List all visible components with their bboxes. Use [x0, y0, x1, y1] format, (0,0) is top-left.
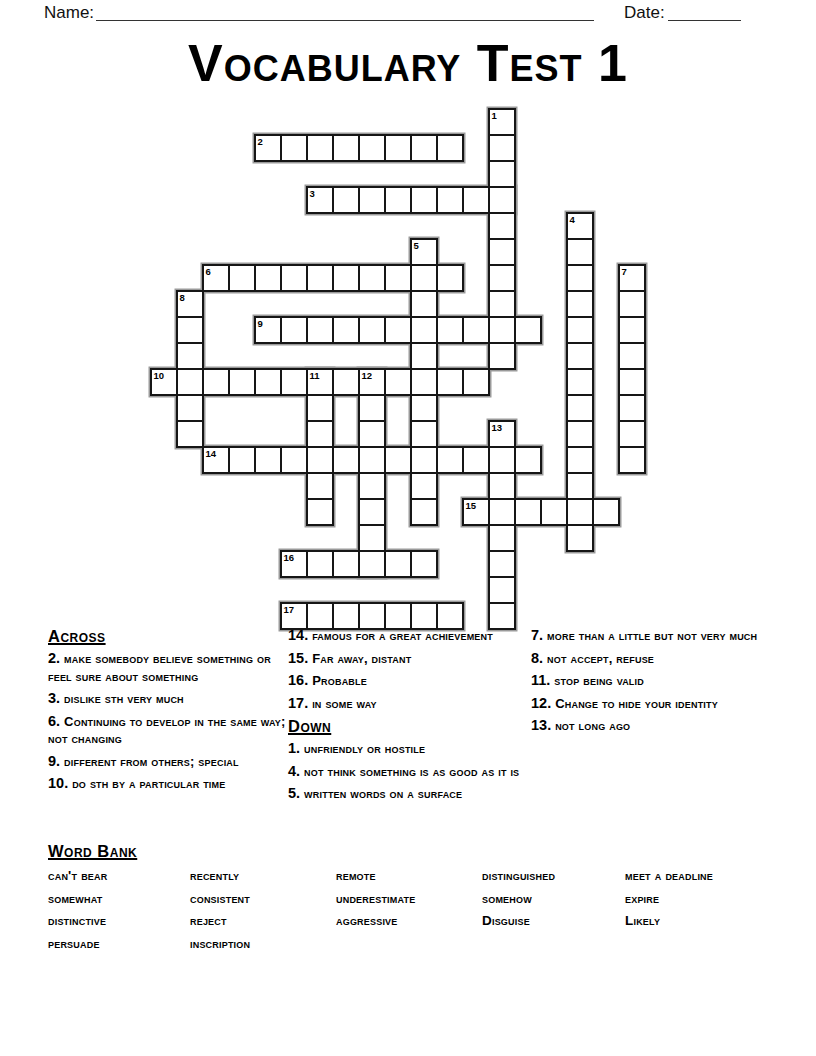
grid-cell-r12c6[interactable]: [306, 420, 334, 448]
word-bank-item: can't bear: [48, 868, 190, 891]
grid-cell-r13c3[interactable]: [228, 446, 256, 474]
grid-cell-r15c15[interactable]: [540, 498, 568, 526]
grid-cell-r19c8[interactable]: [358, 602, 386, 630]
grid-cell-r8c4[interactable]: [254, 316, 282, 344]
clue-text: Change to hide your identity: [555, 696, 718, 711]
grid-cell-r6c2[interactable]: [202, 264, 230, 292]
grid-cell-r6c5[interactable]: [280, 264, 308, 292]
grid-cell-r13c2[interactable]: [202, 446, 230, 474]
clue-across-17: 17.in some way: [288, 695, 526, 713]
clue-down-11: 11.stop being valid: [531, 672, 783, 690]
grid-cell-r10c16[interactable]: [566, 368, 594, 396]
grid-cell-r1c10[interactable]: [410, 134, 438, 162]
grid-cell-r14c8[interactable]: [358, 472, 386, 500]
word-bank-item: aggressive: [336, 913, 482, 936]
date-label: Date:: [624, 3, 665, 23]
grid-cell-r1c9[interactable]: [384, 134, 412, 162]
grid-cell-r17c10[interactable]: [410, 550, 438, 578]
grid-cell-r3c8[interactable]: [358, 186, 386, 214]
clue-text: not accept, refuse: [547, 651, 654, 666]
grid-cell-r3c11[interactable]: [436, 186, 464, 214]
word-bank-item: distinguished: [482, 868, 625, 891]
grid-cell-r11c16[interactable]: [566, 394, 594, 422]
word-bank-item: Likely: [625, 913, 788, 936]
grid-cell-r8c11[interactable]: [436, 316, 464, 344]
clue-text: different from others; special: [64, 754, 239, 769]
grid-cell-r7c18[interactable]: [618, 290, 646, 318]
grid-cell-r11c6[interactable]: [306, 394, 334, 422]
grid-cell-r7c16[interactable]: [566, 290, 594, 318]
grid-cell-r10c1[interactable]: [176, 368, 204, 396]
grid-cell-r14c6[interactable]: [306, 472, 334, 500]
grid-cell-r14c13[interactable]: [488, 472, 516, 500]
grid-cell-r15c13[interactable]: [488, 498, 516, 526]
grid-cell-r10c3[interactable]: [228, 368, 256, 396]
clue-number: 4.: [288, 763, 300, 779]
grid-cell-r5c16[interactable]: [566, 238, 594, 266]
clue-text: famous for a great achievement: [312, 628, 493, 643]
clue-number: 3.: [48, 690, 60, 706]
word-bank-item: remote: [336, 868, 482, 891]
clue-text: make somebody believe something or feel …: [48, 651, 271, 684]
grid-cell-r1c5[interactable]: [280, 134, 308, 162]
clue-text: dislike sth very much: [64, 691, 184, 706]
grid-cell-r19c10[interactable]: [410, 602, 438, 630]
grid-cell-r9c10[interactable]: [410, 342, 438, 370]
clue-number: 8.: [531, 650, 543, 666]
word-bank-item: Disguise: [482, 913, 625, 936]
grid-cell-r6c11[interactable]: [436, 264, 464, 292]
grid-cell-r6c8[interactable]: [358, 264, 386, 292]
grid-cell-r11c18[interactable]: [618, 394, 646, 422]
grid-cell-r10c7[interactable]: [332, 368, 360, 396]
grid-cell-r15c6[interactable]: [306, 498, 334, 526]
word-bank-item: recently: [190, 868, 336, 891]
word-bank-grid: can't bearrecentlyremotedistinguishedmee…: [48, 868, 788, 958]
word-bank-item: distinctive: [48, 913, 190, 936]
clue-across-2: 2.make somebody believe something or fee…: [48, 650, 286, 685]
word-bank-item: inscription: [190, 936, 336, 959]
clue-across-14: 14.famous for a great achievement: [288, 627, 526, 645]
clue-across-6: 6.Continuing to develop in the same way;…: [48, 713, 286, 748]
grid-cell-r19c11[interactable]: [436, 602, 464, 630]
grid-cell-r8c9[interactable]: [384, 316, 412, 344]
grid-cell-r17c7[interactable]: [332, 550, 360, 578]
clue-number: 9.: [48, 753, 60, 769]
grid-cell-r15c14[interactable]: [514, 498, 542, 526]
grid-cell-r12c13[interactable]: [488, 420, 516, 448]
clue-across-10: 10.do sth by a particular time: [48, 775, 286, 793]
clue-text: more than a little but not very much: [547, 628, 757, 643]
grid-cell-r12c16[interactable]: [566, 420, 594, 448]
grid-cell-r13c6[interactable]: [306, 446, 334, 474]
grid-cell-r19c5[interactable]: [280, 602, 308, 630]
word-bank-item: meet a deadline: [625, 868, 788, 891]
clue-across-15: 15.Far away, distant: [288, 650, 526, 668]
grid-cell-r8c1[interactable]: [176, 316, 204, 344]
word-bank-heading: Word Bank: [48, 842, 788, 861]
grid-cell-r13c7[interactable]: [332, 446, 360, 474]
grid-cell-r13c10[interactable]: [410, 446, 438, 474]
clue-text: Continuing to develop in the same way; n…: [48, 714, 286, 747]
grid-cell-r10c2[interactable]: [202, 368, 230, 396]
word-bank-section: Word Bank can't bearrecentlyremotedistin…: [48, 842, 788, 958]
clue-number: 5.: [288, 785, 300, 801]
grid-cell-r9c16[interactable]: [566, 342, 594, 370]
grid-cell-r10c10[interactable]: [410, 368, 438, 396]
clue-down-8: 8.not accept, refuse: [531, 650, 783, 668]
grid-cell-r10c9[interactable]: [384, 368, 412, 396]
grid-cell-r1c6[interactable]: [306, 134, 334, 162]
grid-cell-r14c10[interactable]: [410, 472, 438, 500]
grid-cell-r12c10[interactable]: [410, 420, 438, 448]
clue-number: 11.: [531, 672, 550, 688]
grid-cell-r18c13[interactable]: [488, 576, 516, 604]
clue-text: in some way: [312, 696, 377, 711]
grid-cell-r13c18[interactable]: [618, 446, 646, 474]
grid-cell-r13c5[interactable]: [280, 446, 308, 474]
grid-cell-r8c13[interactable]: [488, 316, 516, 344]
grid-cell-r3c10[interactable]: [410, 186, 438, 214]
grid-cell-r10c18[interactable]: [618, 368, 646, 396]
clue-column-1: Across2.make somebody believe something …: [48, 627, 286, 798]
grid-cell-r13c16[interactable]: [566, 446, 594, 474]
word-bank-empty: [336, 936, 482, 959]
grid-cell-r1c8[interactable]: [358, 134, 386, 162]
grid-cell-r12c1[interactable]: [176, 420, 204, 448]
grid-cell-r15c8[interactable]: [358, 498, 386, 526]
grid-cell-r4c13[interactable]: [488, 212, 516, 240]
clue-number: 2.: [48, 650, 60, 666]
grid-cell-r6c9[interactable]: [384, 264, 412, 292]
grid-cell-r11c10[interactable]: [410, 394, 438, 422]
grid-cell-r12c18[interactable]: [618, 420, 646, 448]
grid-cell-r16c16[interactable]: [566, 524, 594, 552]
crossword-grid: 1234567891011121314151617: [150, 108, 646, 630]
clue-number: 1.: [288, 740, 300, 756]
clue-number: 17.: [288, 695, 308, 711]
clue-down-7: 7.more than a little but not very much: [531, 627, 783, 645]
grid-cell-r8c18[interactable]: [618, 316, 646, 344]
grid-cell-r19c6[interactable]: [306, 602, 334, 630]
grid-cell-r6c4[interactable]: [254, 264, 282, 292]
grid-cell-r12c8[interactable]: [358, 420, 386, 448]
clue-text: unfriendly or hostile: [304, 741, 425, 756]
grid-cell-r17c13[interactable]: [488, 550, 516, 578]
clue-column-2: 14.famous for a great achievement15.Far …: [288, 627, 526, 808]
grid-cell-r0c13[interactable]: [488, 108, 516, 136]
grid-cell-r1c13[interactable]: [488, 134, 516, 162]
word-bank-item: consistent: [190, 891, 336, 914]
clue-down-1: 1.unfriendly or hostile: [288, 740, 526, 758]
clue-across-9: 9.different from others; special: [48, 753, 286, 771]
grid-cell-r19c7[interactable]: [332, 602, 360, 630]
grid-cell-r17c5[interactable]: [280, 550, 308, 578]
grid-cell-r13c4[interactable]: [254, 446, 282, 474]
grid-cell-r13c8[interactable]: [358, 446, 386, 474]
grid-cell-r7c10[interactable]: [410, 290, 438, 318]
grid-cell-r8c5[interactable]: [280, 316, 308, 344]
grid-cell-r3c12[interactable]: [462, 186, 490, 214]
clue-down-12: 12.Change to hide your identity: [531, 695, 783, 713]
grid-cell-r19c9[interactable]: [384, 602, 412, 630]
grid-cell-r10c0[interactable]: [150, 368, 178, 396]
grid-cell-r13c12[interactable]: [462, 446, 490, 474]
grid-cell-r8c6[interactable]: [306, 316, 334, 344]
clue-text: not long ago: [555, 718, 630, 733]
grid-cell-r10c6[interactable]: [306, 368, 334, 396]
clue-number: 6.: [48, 713, 60, 729]
word-bank-empty: [625, 936, 788, 959]
clue-text: written words on a surface: [304, 786, 462, 801]
word-bank-empty: [482, 936, 625, 959]
grid-cell-r6c3[interactable]: [228, 264, 256, 292]
across-heading: Across: [48, 627, 286, 646]
grid-cell-r13c11[interactable]: [436, 446, 464, 474]
grid-cell-r8c14[interactable]: [514, 316, 542, 344]
worksheet-page: Name: Date: Vocabulary Test 1 1234567891…: [0, 0, 816, 1056]
clue-across-3: 3.dislike sth very much: [48, 690, 286, 708]
clue-down-4: 4.not think something is as good as it i…: [288, 763, 526, 781]
page-title: Vocabulary Test 1: [0, 33, 816, 93]
clue-number: 13.: [531, 717, 551, 733]
grid-cell-r8c8[interactable]: [358, 316, 386, 344]
grid-cell-r17c8[interactable]: [358, 550, 386, 578]
clue-text: stop being valid: [554, 673, 644, 688]
grid-cell-r17c9[interactable]: [384, 550, 412, 578]
grid-cell-r10c11[interactable]: [436, 368, 464, 396]
grid-cell-r8c12[interactable]: [462, 316, 490, 344]
grid-cell-r1c7[interactable]: [332, 134, 360, 162]
grid-cell-r10c5[interactable]: [280, 368, 308, 396]
clue-number: 16.: [288, 672, 308, 688]
grid-cell-r3c13[interactable]: [488, 186, 516, 214]
word-bank-item: persuade: [48, 936, 190, 959]
clue-number: 14.: [288, 627, 308, 643]
grid-cell-r3c7[interactable]: [332, 186, 360, 214]
grid-cell-r6c6[interactable]: [306, 264, 334, 292]
grid-cell-r5c10[interactable]: [410, 238, 438, 266]
grid-cell-r7c13[interactable]: [488, 290, 516, 318]
clue-down-13: 13.not long ago: [531, 717, 783, 735]
grid-cell-r13c13[interactable]: [488, 446, 516, 474]
grid-cell-r5c13[interactable]: [488, 238, 516, 266]
grid-cell-r15c10[interactable]: [410, 498, 438, 526]
grid-cell-r17c6[interactable]: [306, 550, 334, 578]
grid-cell-r15c12[interactable]: [462, 498, 490, 526]
word-bank-item: somehow: [482, 891, 625, 914]
clue-text: Probable: [312, 673, 367, 688]
clue-number: 15.: [288, 650, 308, 666]
grid-cell-r6c16[interactable]: [566, 264, 594, 292]
clue-down-5: 5.written words on a surface: [288, 785, 526, 803]
name-label: Name:: [44, 3, 94, 23]
grid-cell-r8c7[interactable]: [332, 316, 360, 344]
grid-cell-r9c1[interactable]: [176, 342, 204, 370]
grid-cell-r7c1[interactable]: [176, 290, 204, 318]
grid-cell-r9c13[interactable]: [488, 342, 516, 370]
grid-cell-r10c8[interactable]: [358, 368, 386, 396]
grid-cell-r8c10[interactable]: [410, 316, 438, 344]
grid-cell-r15c16[interactable]: [566, 498, 594, 526]
clue-text: do sth by a particular time: [72, 776, 225, 791]
clue-column-3: 7.more than a little but not very much8.…: [531, 627, 783, 740]
clue-across-16: 16.Probable: [288, 672, 526, 690]
word-bank-item: underestimate: [336, 891, 482, 914]
grid-cell-r8c16[interactable]: [566, 316, 594, 344]
grid-cell-r4c16[interactable]: [566, 212, 594, 240]
grid-cell-r16c13[interactable]: [488, 524, 516, 552]
grid-cell-r1c11[interactable]: [436, 134, 464, 162]
grid-cell-r14c16[interactable]: [566, 472, 594, 500]
grid-cell-r1c4[interactable]: [254, 134, 282, 162]
clue-text: not think something is as good as it is: [304, 764, 519, 779]
clue-number: 12.: [531, 695, 551, 711]
grid-cell-r6c18[interactable]: [618, 264, 646, 292]
clue-number: 10.: [48, 775, 68, 791]
clue-number: 7.: [531, 627, 543, 643]
grid-cell-r6c7[interactable]: [332, 264, 360, 292]
word-bank-item: somewhat: [48, 891, 190, 914]
grid-cell-r13c9[interactable]: [384, 446, 412, 474]
grid-cell-r16c8[interactable]: [358, 524, 386, 552]
clue-text: Far away, distant: [312, 651, 411, 666]
grid-cell-r19c13[interactable]: [488, 602, 516, 630]
word-bank-item: expire: [625, 891, 788, 914]
grid-cell-r6c10[interactable]: [410, 264, 438, 292]
down-heading: Down: [288, 717, 526, 736]
grid-cell-r11c8[interactable]: [358, 394, 386, 422]
name-input-line[interactable]: [96, 20, 594, 21]
grid-cell-r3c9[interactable]: [384, 186, 412, 214]
grid-cell-r10c12[interactable]: [462, 368, 490, 396]
grid-cell-r2c13[interactable]: [488, 160, 516, 188]
grid-cell-r11c1[interactable]: [176, 394, 204, 422]
grid-cell-r3c6[interactable]: [306, 186, 334, 214]
grid-cell-r15c17[interactable]: [592, 498, 620, 526]
word-bank-item: reject: [190, 913, 336, 936]
grid-cell-r13c14[interactable]: [514, 446, 542, 474]
grid-cell-r10c4[interactable]: [254, 368, 282, 396]
date-input-line[interactable]: [668, 20, 741, 21]
grid-cell-r9c18[interactable]: [618, 342, 646, 370]
grid-cell-r6c13[interactable]: [488, 264, 516, 292]
